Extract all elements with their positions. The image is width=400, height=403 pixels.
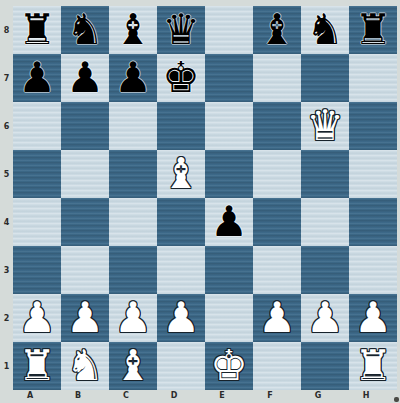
square-f6[interactable] xyxy=(253,102,301,150)
square-b1[interactable]: ♞ xyxy=(61,342,109,390)
black-pawn[interactable]: ♟ xyxy=(61,54,109,102)
square-b7[interactable]: ♟ xyxy=(61,54,109,102)
white-bishop[interactable]: ♝ xyxy=(157,150,205,198)
square-h5[interactable] xyxy=(349,150,397,198)
black-knight[interactable]: ♞ xyxy=(61,6,109,54)
white-pawn[interactable]: ♟ xyxy=(253,294,301,342)
square-d3[interactable] xyxy=(157,246,205,294)
rank-label-6: 6 xyxy=(0,102,13,150)
square-h6[interactable] xyxy=(349,102,397,150)
square-e6[interactable] xyxy=(205,102,253,150)
square-c1[interactable]: ♝ xyxy=(109,342,157,390)
black-king[interactable]: ♚ xyxy=(157,54,205,102)
file-label-d: D xyxy=(157,388,205,402)
rank-labels: 87654321 xyxy=(0,6,13,390)
square-e4[interactable]: ♟ xyxy=(205,198,253,246)
white-queen[interactable]: ♛ xyxy=(301,102,349,150)
white-pawn[interactable]: ♟ xyxy=(109,294,157,342)
white-rook[interactable]: ♜ xyxy=(349,342,397,390)
square-c7[interactable]: ♟ xyxy=(109,54,157,102)
square-h2[interactable]: ♟ xyxy=(349,294,397,342)
square-e3[interactable] xyxy=(205,246,253,294)
square-c5[interactable] xyxy=(109,150,157,198)
square-f1[interactable] xyxy=(253,342,301,390)
rank-label-4: 4 xyxy=(0,198,13,246)
square-g4[interactable] xyxy=(301,198,349,246)
square-a2[interactable]: ♟ xyxy=(13,294,61,342)
square-g2[interactable]: ♟ xyxy=(301,294,349,342)
square-g3[interactable] xyxy=(301,246,349,294)
square-b6[interactable] xyxy=(61,102,109,150)
square-d5[interactable]: ♝ xyxy=(157,150,205,198)
black-rook[interactable]: ♜ xyxy=(349,6,397,54)
square-b2[interactable]: ♟ xyxy=(61,294,109,342)
square-h8[interactable]: ♜ xyxy=(349,6,397,54)
square-h7[interactable] xyxy=(349,54,397,102)
square-d1[interactable] xyxy=(157,342,205,390)
square-a6[interactable] xyxy=(13,102,61,150)
square-e2[interactable] xyxy=(205,294,253,342)
square-h4[interactable] xyxy=(349,198,397,246)
file-label-f: F xyxy=(253,388,301,402)
file-label-h: H xyxy=(349,388,397,402)
board: ♜♞♝♛♝♞♜♟♟♟♚♛♝♟♟♟♟♟♟♟♟♜♞♝♚♜ xyxy=(13,6,397,390)
file-labels: ABCDEFGH xyxy=(13,388,397,402)
square-a7[interactable]: ♟ xyxy=(13,54,61,102)
file-label-a: A xyxy=(13,388,61,402)
square-c8[interactable]: ♝ xyxy=(109,6,157,54)
square-a1[interactable]: ♜ xyxy=(13,342,61,390)
square-e5[interactable] xyxy=(205,150,253,198)
white-pawn[interactable]: ♟ xyxy=(61,294,109,342)
file-label-b: B xyxy=(61,388,109,402)
rank-label-2: 2 xyxy=(0,294,13,342)
square-c2[interactable]: ♟ xyxy=(109,294,157,342)
black-pawn[interactable]: ♟ xyxy=(13,54,61,102)
white-knight[interactable]: ♞ xyxy=(61,342,109,390)
square-c6[interactable] xyxy=(109,102,157,150)
square-f3[interactable] xyxy=(253,246,301,294)
square-g8[interactable]: ♞ xyxy=(301,6,349,54)
white-pawn[interactable]: ♟ xyxy=(13,294,61,342)
white-pawn[interactable]: ♟ xyxy=(157,294,205,342)
square-f4[interactable] xyxy=(253,198,301,246)
square-a8[interactable]: ♜ xyxy=(13,6,61,54)
rank-label-1: 1 xyxy=(0,342,13,390)
black-knight[interactable]: ♞ xyxy=(301,6,349,54)
square-e7[interactable] xyxy=(205,54,253,102)
square-a3[interactable] xyxy=(13,246,61,294)
square-e1[interactable]: ♚ xyxy=(205,342,253,390)
square-f2[interactable]: ♟ xyxy=(253,294,301,342)
black-pawn[interactable]: ♟ xyxy=(109,54,157,102)
square-b4[interactable] xyxy=(61,198,109,246)
corner-marker xyxy=(394,397,399,402)
square-h3[interactable] xyxy=(349,246,397,294)
white-pawn[interactable]: ♟ xyxy=(349,294,397,342)
square-g5[interactable] xyxy=(301,150,349,198)
square-h1[interactable]: ♜ xyxy=(349,342,397,390)
square-b5[interactable] xyxy=(61,150,109,198)
white-bishop[interactable]: ♝ xyxy=(109,342,157,390)
black-rook[interactable]: ♜ xyxy=(13,6,61,54)
black-bishop[interactable]: ♝ xyxy=(253,6,301,54)
square-d4[interactable] xyxy=(157,198,205,246)
rank-label-8: 8 xyxy=(0,6,13,54)
square-d6[interactable] xyxy=(157,102,205,150)
white-pawn[interactable]: ♟ xyxy=(301,294,349,342)
file-label-c: C xyxy=(109,388,157,402)
square-c3[interactable] xyxy=(109,246,157,294)
square-f8[interactable]: ♝ xyxy=(253,6,301,54)
white-rook[interactable]: ♜ xyxy=(13,342,61,390)
square-a4[interactable] xyxy=(13,198,61,246)
square-a5[interactable] xyxy=(13,150,61,198)
square-g6[interactable]: ♛ xyxy=(301,102,349,150)
rank-label-7: 7 xyxy=(0,54,13,102)
rank-label-5: 5 xyxy=(0,150,13,198)
rank-label-3: 3 xyxy=(0,246,13,294)
square-c4[interactable] xyxy=(109,198,157,246)
square-f5[interactable] xyxy=(253,150,301,198)
square-d8[interactable]: ♛ xyxy=(157,6,205,54)
square-b8[interactable]: ♞ xyxy=(61,6,109,54)
chess-app: 87654321 ♜♞♝♛♝♞♜♟♟♟♚♛♝♟♟♟♟♟♟♟♟♜♞♝♚♜ ABCD… xyxy=(0,0,400,403)
square-g7[interactable] xyxy=(301,54,349,102)
square-d7[interactable]: ♚ xyxy=(157,54,205,102)
black-pawn[interactable]: ♟ xyxy=(205,198,253,246)
square-f7[interactable] xyxy=(253,54,301,102)
file-label-e: E xyxy=(205,388,253,402)
square-g1[interactable] xyxy=(301,342,349,390)
black-queen[interactable]: ♛ xyxy=(157,6,205,54)
black-bishop[interactable]: ♝ xyxy=(109,6,157,54)
square-e8[interactable] xyxy=(205,6,253,54)
square-d2[interactable]: ♟ xyxy=(157,294,205,342)
square-b3[interactable] xyxy=(61,246,109,294)
white-king[interactable]: ♚ xyxy=(205,342,253,390)
file-label-g: G xyxy=(301,388,349,402)
